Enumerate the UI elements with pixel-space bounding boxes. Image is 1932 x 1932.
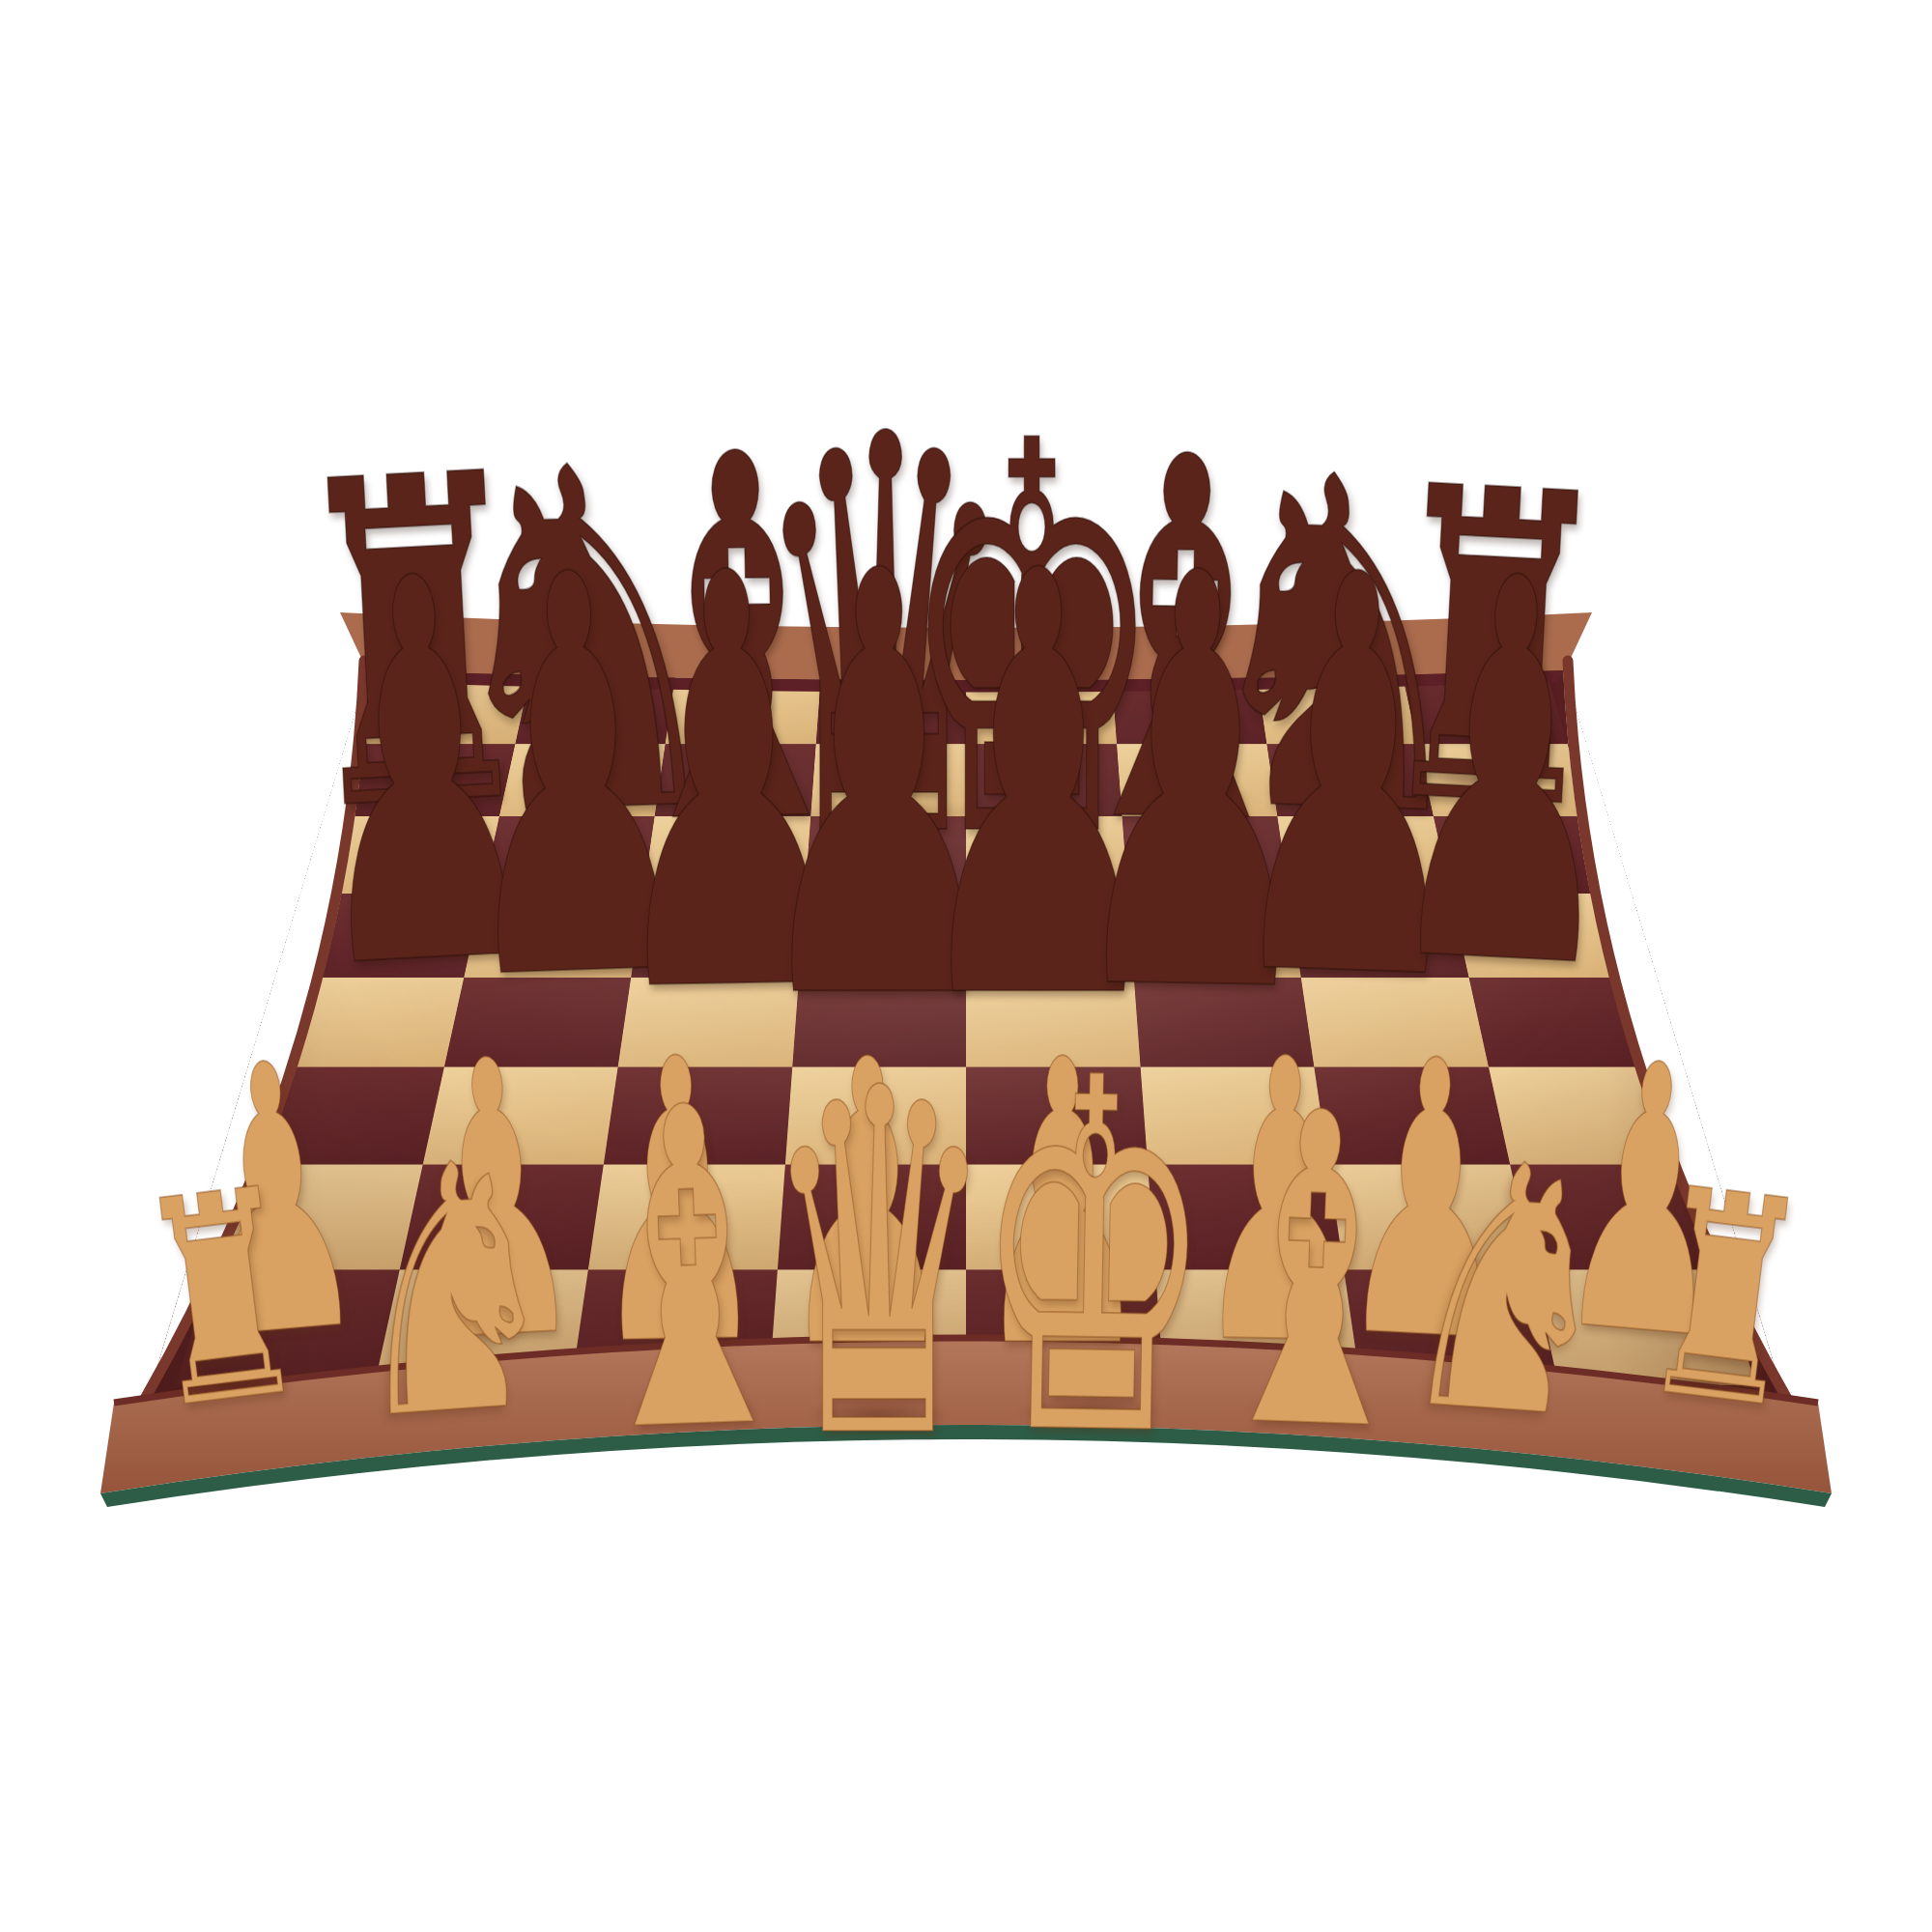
chess-set-photo: ♜♞♝♛♚♝♞♜♟♟♟♟♟♟♟♟♟♟♟♟♟♟♟♟♜♞♝♛♚♝♞♜ <box>0 0 1932 1932</box>
piece-white-knight-g1[interactable]: ♞ <box>1386 1114 1629 1468</box>
piece-white-queen-d1[interactable]: ♛ <box>761 1028 996 1504</box>
piece-white-knight-b1[interactable]: ♞ <box>330 1114 573 1468</box>
piece-white-king-e1[interactable]: ♚ <box>970 1015 1218 1505</box>
piece-black-pawn-h7[interactable]: ♟ <box>1377 506 1639 1043</box>
piece-white-rook-h1[interactable]: ♜ <box>1630 1149 1821 1450</box>
